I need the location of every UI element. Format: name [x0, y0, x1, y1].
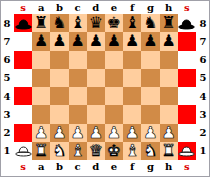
square-sL4[interactable]	[14, 87, 32, 105]
file-label-bottom-sL: s	[14, 161, 32, 173]
square-e3[interactable]	[105, 105, 123, 123]
black-pawn-piece[interactable]: ♟	[107, 32, 121, 50]
white-queen-piece[interactable]: ♛	[89, 142, 103, 160]
rank-labels-right: 87654321	[197, 14, 209, 160]
square-h7[interactable]: ♟	[160, 32, 178, 50]
square-sL7[interactable]	[14, 32, 32, 50]
rank-labels-left: 87654321	[1, 14, 13, 160]
black-bishop-piece[interactable]: ♝	[70, 14, 84, 32]
rank-label-right-3: 3	[197, 105, 209, 123]
square-sR4[interactable]	[178, 87, 196, 105]
white-pawn-piece[interactable]: ♟	[143, 124, 157, 142]
square-c7[interactable]: ♟	[69, 32, 87, 50]
square-f8[interactable]: ♝	[123, 14, 141, 32]
square-h1[interactable]: ♜	[160, 142, 178, 160]
file-label-bottom-c: c	[69, 161, 87, 173]
rank-label-left-4: 4	[1, 87, 13, 105]
square-a7[interactable]: ♟	[32, 32, 50, 50]
white-pawn-piece[interactable]: ♟	[70, 124, 84, 142]
white-knight-piece[interactable]: ♞	[143, 142, 157, 160]
square-g3[interactable]	[141, 105, 159, 123]
file-label-top-sL: s	[14, 2, 32, 14]
white-pawn-piece[interactable]: ♟	[107, 124, 121, 142]
black-knight-piece[interactable]: ♞	[52, 14, 66, 32]
rank-label-right-8: 8	[197, 14, 209, 32]
square-d5[interactable]	[87, 69, 105, 87]
square-a4[interactable]	[32, 87, 50, 105]
square-sR7[interactable]	[178, 32, 196, 50]
square-sR6[interactable]	[178, 51, 196, 69]
rank-label-left-3: 3	[1, 105, 13, 123]
square-a6[interactable]	[32, 51, 50, 69]
square-h6[interactable]	[160, 51, 178, 69]
square-sL2[interactable]	[14, 124, 32, 142]
square-b6[interactable]	[50, 51, 68, 69]
white-pawn-piece[interactable]: ♟	[161, 124, 175, 142]
square-e5[interactable]	[105, 69, 123, 87]
square-g2[interactable]: ♟	[141, 124, 159, 142]
square-e1[interactable]: ♚	[105, 142, 123, 160]
file-label-top-e: e	[105, 2, 123, 14]
black-queen-piece[interactable]: ♛	[89, 14, 103, 32]
file-label-top-h: h	[160, 2, 178, 14]
square-c3[interactable]	[69, 105, 87, 123]
square-c2[interactable]: ♟	[69, 124, 87, 142]
rank-label-right-1: 1	[197, 142, 209, 160]
black-king-piece[interactable]: ♚	[107, 14, 121, 32]
rank-label-left-2: 2	[1, 124, 13, 142]
square-g8[interactable]: ♞	[141, 14, 159, 32]
file-labels-top: sabcdefghs	[14, 2, 196, 14]
square-sL1[interactable]	[14, 142, 32, 160]
file-label-bottom-d: d	[87, 161, 105, 173]
black-rook-piece[interactable]: ♜	[34, 14, 48, 32]
white-king-piece[interactable]: ♚	[107, 142, 121, 160]
square-f2[interactable]: ♟	[123, 124, 141, 142]
rank-label-left-6: 6	[1, 51, 13, 69]
file-label-bottom-h: h	[160, 161, 178, 173]
black-hat-piece[interactable]	[178, 17, 195, 30]
black-pawn-piece[interactable]: ♟	[143, 32, 157, 50]
square-g4[interactable]	[141, 87, 159, 105]
square-e7[interactable]: ♟	[105, 32, 123, 50]
black-pawn-piece[interactable]: ♟	[125, 32, 139, 50]
game-board: ♜♞♝♛♚♝♞♜♟♟♟♟♟♟♟♟♟♟♟♟♟♟♟♟♜♞♝♛♚♝♞♜	[14, 14, 196, 160]
square-a8[interactable]: ♜	[32, 14, 50, 32]
square-a2[interactable]: ♟	[32, 124, 50, 142]
file-label-bottom-f: f	[123, 161, 141, 173]
rank-label-right-7: 7	[197, 32, 209, 50]
square-b3[interactable]	[50, 105, 68, 123]
square-c8[interactable]: ♝	[69, 14, 87, 32]
square-c6[interactable]	[69, 51, 87, 69]
rank-label-left-5: 5	[1, 69, 13, 87]
square-f4[interactable]	[123, 87, 141, 105]
square-sR3[interactable]	[178, 105, 196, 123]
square-b8[interactable]: ♞	[50, 14, 68, 32]
square-c4[interactable]	[69, 87, 87, 105]
square-h4[interactable]	[160, 87, 178, 105]
file-label-bottom-b: b	[50, 161, 68, 173]
file-label-bottom-g: g	[141, 161, 159, 173]
square-sL5[interactable]	[14, 69, 32, 87]
square-g5[interactable]	[141, 69, 159, 87]
square-d6[interactable]	[87, 51, 105, 69]
white-bishop-piece[interactable]: ♝	[125, 142, 139, 160]
file-label-top-b: b	[50, 2, 68, 14]
file-label-bottom-a: a	[32, 161, 50, 173]
square-sR2[interactable]	[178, 124, 196, 142]
file-label-top-sR: s	[178, 2, 196, 14]
file-label-top-c: c	[69, 2, 87, 14]
square-d2[interactable]: ♟	[87, 124, 105, 142]
square-b4[interactable]	[50, 87, 68, 105]
square-d4[interactable]	[87, 87, 105, 105]
file-label-top-a: a	[32, 2, 50, 14]
white-rook-piece[interactable]: ♜	[161, 142, 175, 160]
rank-label-right-5: 5	[197, 69, 209, 87]
square-h2[interactable]: ♟	[160, 124, 178, 142]
file-label-top-d: d	[87, 2, 105, 14]
square-d7[interactable]: ♟	[87, 32, 105, 50]
square-f3[interactable]	[123, 105, 141, 123]
white-hat-piece[interactable]	[178, 144, 195, 157]
black-pawn-piece[interactable]: ♟	[161, 32, 175, 50]
square-sR5[interactable]	[178, 69, 196, 87]
square-sL6[interactable]	[14, 51, 32, 69]
rank-label-left-1: 1	[1, 142, 13, 160]
square-e4[interactable]	[105, 87, 123, 105]
file-label-top-g: g	[141, 2, 159, 14]
rank-label-left-8: 8	[1, 14, 13, 32]
square-a1[interactable]: ♜	[32, 142, 50, 160]
white-knight-piece[interactable]: ♞	[52, 142, 66, 160]
white-pawn-piece[interactable]: ♟	[52, 124, 66, 142]
square-b2[interactable]: ♟	[50, 124, 68, 142]
square-d8[interactable]: ♛	[87, 14, 105, 32]
square-b5[interactable]	[50, 69, 68, 87]
square-g7[interactable]: ♟	[141, 32, 159, 50]
square-a5[interactable]	[32, 69, 50, 87]
black-bishop-piece[interactable]: ♝	[125, 14, 139, 32]
square-d3[interactable]	[87, 105, 105, 123]
square-e2[interactable]: ♟	[105, 124, 123, 142]
rank-label-left-7: 7	[1, 32, 13, 50]
black-pawn-piece[interactable]: ♟	[89, 32, 103, 50]
file-label-bottom-sR: s	[178, 161, 196, 173]
square-g6[interactable]	[141, 51, 159, 69]
square-f1[interactable]: ♝	[123, 142, 141, 160]
white-pawn-piece[interactable]: ♟	[89, 124, 103, 142]
rank-label-right-6: 6	[197, 51, 209, 69]
square-h5[interactable]	[160, 69, 178, 87]
square-b7[interactable]: ♟	[50, 32, 68, 50]
square-c1[interactable]: ♝	[69, 142, 87, 160]
black-rook-piece[interactable]: ♜	[161, 14, 175, 32]
file-labels-bottom: sabcdefghs	[14, 161, 196, 173]
white-pawn-piece[interactable]: ♟	[34, 124, 48, 142]
black-knight-piece[interactable]: ♞	[143, 14, 157, 32]
square-sR8[interactable]	[178, 14, 196, 32]
square-b1[interactable]: ♞	[50, 142, 68, 160]
square-sL3[interactable]	[14, 105, 32, 123]
white-hat-piece[interactable]	[15, 144, 32, 157]
square-h3[interactable]	[160, 105, 178, 123]
chess-variant-board-screen: sabcdefghs 87654321 ♜♞♝♛♚♝♞♜♟♟♟♟♟♟♟♟♟♟♟♟…	[0, 0, 210, 177]
rank-label-right-4: 4	[197, 87, 209, 105]
square-c5[interactable]	[69, 69, 87, 87]
square-sL8[interactable]	[14, 14, 32, 32]
rank-label-right-2: 2	[197, 124, 209, 142]
black-pawn-piece[interactable]: ♟	[34, 32, 48, 50]
file-label-top-f: f	[123, 2, 141, 14]
black-pawn-piece[interactable]: ♟	[52, 32, 66, 50]
white-bishop-piece[interactable]: ♝	[70, 142, 84, 160]
white-pawn-piece[interactable]: ♟	[125, 124, 139, 142]
square-g1[interactable]: ♞	[141, 142, 159, 160]
white-rook-piece[interactable]: ♜	[34, 142, 48, 160]
square-e6[interactable]	[105, 51, 123, 69]
square-h8[interactable]: ♜	[160, 14, 178, 32]
square-e8[interactable]: ♚	[105, 14, 123, 32]
square-a3[interactable]	[32, 105, 50, 123]
square-f6[interactable]	[123, 51, 141, 69]
square-f5[interactable]	[123, 69, 141, 87]
square-f7[interactable]: ♟	[123, 32, 141, 50]
file-label-bottom-e: e	[105, 161, 123, 173]
black-hat-piece[interactable]	[15, 17, 32, 30]
black-pawn-piece[interactable]: ♟	[70, 32, 84, 50]
square-d1[interactable]: ♛	[87, 142, 105, 160]
square-sR1[interactable]	[178, 142, 196, 160]
